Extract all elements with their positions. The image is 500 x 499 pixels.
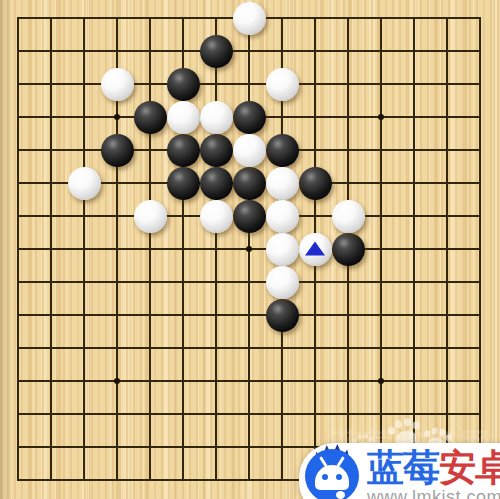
star-point [114, 378, 120, 384]
black-stone [266, 299, 299, 332]
star-point [378, 378, 384, 384]
site-name: 蓝莓安卓网 [367, 448, 500, 488]
white-stone [134, 200, 167, 233]
white-stone [200, 101, 233, 134]
android-robot-icon [315, 465, 349, 490]
black-stone [299, 167, 332, 200]
grid-line-vertical [446, 17, 447, 481]
star-point [246, 246, 252, 252]
white-stone [266, 233, 299, 266]
black-stone [233, 101, 266, 134]
grid-line-vertical [479, 17, 481, 481]
white-stone [266, 200, 299, 233]
board-edge-shade [0, 0, 14, 499]
grid-line-horizontal [17, 380, 481, 381]
white-stone [332, 200, 365, 233]
site-logo [305, 449, 359, 499]
white-stone [266, 167, 299, 200]
grid-line-horizontal [17, 281, 481, 282]
last-move-triangle-marker [305, 241, 325, 255]
white-stone [266, 266, 299, 299]
robot-chin-dot [336, 491, 345, 499]
black-stone [233, 200, 266, 233]
star-point [114, 114, 120, 120]
black-stone [332, 233, 365, 266]
black-stone [134, 101, 167, 134]
robot-eye [322, 474, 328, 480]
black-stone [200, 134, 233, 167]
site-name-red: 安卓网 [439, 447, 500, 488]
white-stone [266, 68, 299, 101]
white-stone [167, 101, 200, 134]
white-stone [233, 134, 266, 167]
white-stone [101, 68, 134, 101]
site-watermark: 蓝莓安卓网 www.lmkjst.com [299, 443, 500, 499]
black-stone [266, 134, 299, 167]
black-stone [233, 167, 266, 200]
site-name-blue: 蓝莓 [367, 447, 439, 488]
star-point [378, 114, 384, 120]
white-stone [200, 200, 233, 233]
white-stone [233, 2, 266, 35]
site-watermark-text: 蓝莓安卓网 www.lmkjst.com [367, 448, 500, 499]
grid-line-horizontal [17, 314, 481, 315]
logo-circle [305, 449, 359, 499]
black-stone [101, 134, 134, 167]
grid-line-vertical [413, 17, 414, 481]
go-app-screenshot: 蓝莓安卓网 [0, 0, 500, 499]
grid-line-horizontal [17, 347, 481, 348]
grid-line-horizontal [17, 413, 481, 414]
grid-line-vertical [380, 17, 381, 481]
black-stone [167, 167, 200, 200]
site-url: www.lmkjst.com [367, 488, 500, 499]
white-stone [68, 167, 101, 200]
black-stone [200, 35, 233, 68]
black-stone [167, 134, 200, 167]
white-stone [299, 233, 332, 266]
black-stone [167, 68, 200, 101]
robot-eye [336, 474, 342, 480]
black-stone [200, 167, 233, 200]
